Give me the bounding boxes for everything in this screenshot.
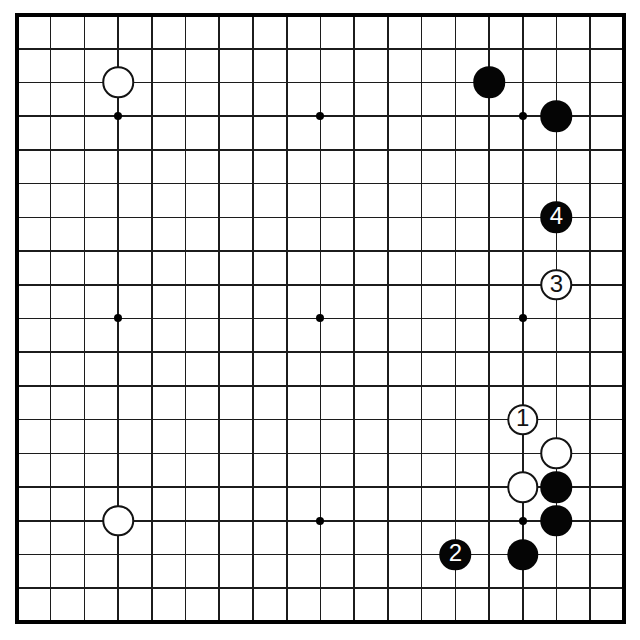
intersection-E10 xyxy=(135,302,169,336)
intersection-T5 xyxy=(607,470,640,504)
star-point xyxy=(114,314,122,322)
intersection-H14 xyxy=(236,167,270,201)
intersection-L14 xyxy=(337,167,371,201)
intersection-M2 xyxy=(371,571,405,605)
black-stone-R13: 4 xyxy=(541,202,573,234)
intersection-E3 xyxy=(135,538,169,572)
intersection-H18 xyxy=(236,32,270,66)
intersection-L18 xyxy=(337,32,371,66)
intersection-N17 xyxy=(405,66,439,100)
intersection-G1 xyxy=(202,605,236,639)
go-board: 4312 xyxy=(0,0,640,640)
white-stone-Q5 xyxy=(507,471,539,503)
intersection-G7 xyxy=(202,403,236,437)
move-number-label: 1 xyxy=(516,407,529,431)
intersection-K11 xyxy=(304,268,338,302)
intersection-L13 xyxy=(337,200,371,234)
intersection-K19 xyxy=(304,0,338,32)
intersection-P6 xyxy=(472,436,506,470)
white-stone-R6 xyxy=(541,438,573,470)
intersection-F14 xyxy=(169,167,203,201)
intersection-N9 xyxy=(405,335,439,369)
intersection-M8 xyxy=(371,369,405,403)
intersection-B5 xyxy=(34,470,68,504)
intersection-J7 xyxy=(270,403,304,437)
intersection-S8 xyxy=(573,369,607,403)
white-stone-R11: 3 xyxy=(541,269,573,301)
intersection-D14 xyxy=(101,167,135,201)
intersection-Q17 xyxy=(506,66,540,100)
intersection-L4 xyxy=(337,504,371,538)
intersection-E11 xyxy=(135,268,169,302)
intersection-T18 xyxy=(607,32,640,66)
intersection-P16 xyxy=(472,99,506,133)
intersection-O17 xyxy=(438,66,472,100)
intersection-T4 xyxy=(607,504,640,538)
intersection-K16 xyxy=(304,99,338,133)
black-stone-O3: 2 xyxy=(440,539,472,571)
intersection-D1 xyxy=(101,605,135,639)
intersection-D8 xyxy=(101,369,135,403)
intersection-R14 xyxy=(540,167,574,201)
intersection-D13 xyxy=(101,200,135,234)
intersection-E15 xyxy=(135,133,169,167)
star-point xyxy=(114,112,122,120)
intersection-Q8 xyxy=(506,369,540,403)
intersection-P10 xyxy=(472,302,506,336)
intersection-R19 xyxy=(540,0,574,32)
intersection-O8 xyxy=(438,369,472,403)
black-stone-Q3 xyxy=(507,539,539,571)
intersection-N11 xyxy=(405,268,439,302)
intersection-O14 xyxy=(438,167,472,201)
intersection-D6 xyxy=(101,436,135,470)
intersection-E12 xyxy=(135,234,169,268)
intersection-S10 xyxy=(573,302,607,336)
intersection-K4 xyxy=(304,504,338,538)
intersection-O19 xyxy=(438,0,472,32)
intersection-C13 xyxy=(68,200,102,234)
intersection-S16 xyxy=(573,99,607,133)
intersection-G16 xyxy=(202,99,236,133)
intersection-J16 xyxy=(270,99,304,133)
intersection-T1 xyxy=(607,605,640,639)
intersection-C2 xyxy=(68,571,102,605)
intersection-F9 xyxy=(169,335,203,369)
intersection-A8 xyxy=(0,369,34,403)
intersection-E19 xyxy=(135,0,169,32)
intersection-M11 xyxy=(371,268,405,302)
intersection-M3 xyxy=(371,538,405,572)
intersection-N1 xyxy=(405,605,439,639)
intersection-B17 xyxy=(34,66,68,100)
intersection-C5 xyxy=(68,470,102,504)
intersection-S19 xyxy=(573,0,607,32)
intersection-G11 xyxy=(202,268,236,302)
intersection-M10 xyxy=(371,302,405,336)
white-stone-Q7: 1 xyxy=(507,404,539,436)
intersection-P8 xyxy=(472,369,506,403)
black-stone-P17 xyxy=(473,67,505,99)
intersection-R2 xyxy=(540,571,574,605)
intersection-S6 xyxy=(573,436,607,470)
intersection-C14 xyxy=(68,167,102,201)
intersection-F4 xyxy=(169,504,203,538)
intersection-N5 xyxy=(405,470,439,504)
intersection-P17 xyxy=(472,66,506,100)
intersection-R3 xyxy=(540,538,574,572)
intersection-K7 xyxy=(304,403,338,437)
intersection-J1 xyxy=(270,605,304,639)
intersection-B2 xyxy=(34,571,68,605)
intersection-T12 xyxy=(607,234,640,268)
move-number-label: 4 xyxy=(550,204,563,228)
intersection-C8 xyxy=(68,369,102,403)
intersection-M9 xyxy=(371,335,405,369)
intersection-R7 xyxy=(540,403,574,437)
intersection-E9 xyxy=(135,335,169,369)
intersection-H10 xyxy=(236,302,270,336)
intersection-J5 xyxy=(270,470,304,504)
intersection-B7 xyxy=(34,403,68,437)
intersection-T9 xyxy=(607,335,640,369)
intersection-F2 xyxy=(169,571,203,605)
intersection-D10 xyxy=(101,302,135,336)
intersection-O2 xyxy=(438,571,472,605)
intersection-P19 xyxy=(472,0,506,32)
intersection-P2 xyxy=(472,571,506,605)
intersection-B14 xyxy=(34,167,68,201)
intersection-P18 xyxy=(472,32,506,66)
star-point xyxy=(519,314,527,322)
white-stone-D17 xyxy=(102,67,134,99)
intersection-K8 xyxy=(304,369,338,403)
intersection-A15 xyxy=(0,133,34,167)
intersection-F19 xyxy=(169,0,203,32)
intersection-G3 xyxy=(202,538,236,572)
intersection-F6 xyxy=(169,436,203,470)
intersection-G2 xyxy=(202,571,236,605)
intersection-T10 xyxy=(607,302,640,336)
intersection-K12 xyxy=(304,234,338,268)
intersection-P15 xyxy=(472,133,506,167)
intersection-O11 xyxy=(438,268,472,302)
intersection-A3 xyxy=(0,538,34,572)
intersection-J4 xyxy=(270,504,304,538)
intersection-K14 xyxy=(304,167,338,201)
intersection-N7 xyxy=(405,403,439,437)
intersection-L1 xyxy=(337,605,371,639)
intersection-J17 xyxy=(270,66,304,100)
black-stone-R16 xyxy=(541,100,573,132)
intersection-F11 xyxy=(169,268,203,302)
intersection-B15 xyxy=(34,133,68,167)
intersection-G13 xyxy=(202,200,236,234)
intersection-T6 xyxy=(607,436,640,470)
intersection-Q11 xyxy=(506,268,540,302)
intersection-L5 xyxy=(337,470,371,504)
intersection-E16 xyxy=(135,99,169,133)
intersection-A1 xyxy=(0,605,34,639)
intersection-T17 xyxy=(607,66,640,100)
intersection-B6 xyxy=(34,436,68,470)
intersection-E7 xyxy=(135,403,169,437)
intersection-S4 xyxy=(573,504,607,538)
intersection-A6 xyxy=(0,436,34,470)
intersection-R17 xyxy=(540,66,574,100)
intersection-J9 xyxy=(270,335,304,369)
intersection-Q16 xyxy=(506,99,540,133)
intersection-T15 xyxy=(607,133,640,167)
star-point xyxy=(519,112,527,120)
intersection-N15 xyxy=(405,133,439,167)
intersection-T11 xyxy=(607,268,640,302)
intersection-L11 xyxy=(337,268,371,302)
intersection-D15 xyxy=(101,133,135,167)
intersection-Q1 xyxy=(506,605,540,639)
intersection-C11 xyxy=(68,268,102,302)
intersection-Q3 xyxy=(506,538,540,572)
intersection-S14 xyxy=(573,167,607,201)
intersection-N3 xyxy=(405,538,439,572)
intersection-N13 xyxy=(405,200,439,234)
intersection-J19 xyxy=(270,0,304,32)
intersection-F10 xyxy=(169,302,203,336)
intersection-O15 xyxy=(438,133,472,167)
intersection-M13 xyxy=(371,200,405,234)
intersection-R9 xyxy=(540,335,574,369)
star-point xyxy=(519,517,527,525)
intersection-G19 xyxy=(202,0,236,32)
intersection-E8 xyxy=(135,369,169,403)
intersection-C7 xyxy=(68,403,102,437)
intersection-H17 xyxy=(236,66,270,100)
intersection-P1 xyxy=(472,605,506,639)
intersection-A7 xyxy=(0,403,34,437)
intersection-Q14 xyxy=(506,167,540,201)
intersection-O10 xyxy=(438,302,472,336)
star-point xyxy=(316,112,324,120)
intersection-J6 xyxy=(270,436,304,470)
intersection-R10 xyxy=(540,302,574,336)
intersection-K15 xyxy=(304,133,338,167)
intersection-M12 xyxy=(371,234,405,268)
intersection-F8 xyxy=(169,369,203,403)
intersection-L16 xyxy=(337,99,371,133)
intersection-A18 xyxy=(0,32,34,66)
intersection-K2 xyxy=(304,571,338,605)
star-point xyxy=(316,517,324,525)
intersection-Q5 xyxy=(506,470,540,504)
intersection-L15 xyxy=(337,133,371,167)
intersection-T2 xyxy=(607,571,640,605)
intersection-R18 xyxy=(540,32,574,66)
intersection-C18 xyxy=(68,32,102,66)
intersection-A2 xyxy=(0,571,34,605)
intersection-C4 xyxy=(68,504,102,538)
intersection-M16 xyxy=(371,99,405,133)
intersection-G5 xyxy=(202,470,236,504)
intersection-E1 xyxy=(135,605,169,639)
intersection-C3 xyxy=(68,538,102,572)
intersection-N4 xyxy=(405,504,439,538)
intersection-L17 xyxy=(337,66,371,100)
intersection-S9 xyxy=(573,335,607,369)
intersection-G14 xyxy=(202,167,236,201)
intersection-J13 xyxy=(270,200,304,234)
intersection-F7 xyxy=(169,403,203,437)
intersection-J3 xyxy=(270,538,304,572)
intersection-B18 xyxy=(34,32,68,66)
intersection-G8 xyxy=(202,369,236,403)
intersection-C1 xyxy=(68,605,102,639)
intersection-A19 xyxy=(0,0,34,32)
intersection-Q9 xyxy=(506,335,540,369)
intersection-A16 xyxy=(0,99,34,133)
intersection-O9 xyxy=(438,335,472,369)
intersection-J15 xyxy=(270,133,304,167)
intersection-M17 xyxy=(371,66,405,100)
intersection-N12 xyxy=(405,234,439,268)
intersection-R13: 4 xyxy=(540,200,574,234)
intersection-M14 xyxy=(371,167,405,201)
intersection-J18 xyxy=(270,32,304,66)
intersection-O4 xyxy=(438,504,472,538)
intersection-L19 xyxy=(337,0,371,32)
intersection-L3 xyxy=(337,538,371,572)
intersection-B10 xyxy=(34,302,68,336)
intersection-L9 xyxy=(337,335,371,369)
intersection-C12 xyxy=(68,234,102,268)
intersection-G9 xyxy=(202,335,236,369)
intersection-Q10 xyxy=(506,302,540,336)
intersection-M4 xyxy=(371,504,405,538)
intersection-H15 xyxy=(236,133,270,167)
intersection-P13 xyxy=(472,200,506,234)
intersection-D7 xyxy=(101,403,135,437)
intersection-P12 xyxy=(472,234,506,268)
intersection-G12 xyxy=(202,234,236,268)
intersection-D9 xyxy=(101,335,135,369)
intersection-O3: 2 xyxy=(438,538,472,572)
intersection-B12 xyxy=(34,234,68,268)
intersection-Q15 xyxy=(506,133,540,167)
intersection-J14 xyxy=(270,167,304,201)
intersection-S17 xyxy=(573,66,607,100)
intersection-B9 xyxy=(34,335,68,369)
intersection-D19 xyxy=(101,0,135,32)
intersection-T16 xyxy=(607,99,640,133)
intersection-F5 xyxy=(169,470,203,504)
intersection-R1 xyxy=(540,605,574,639)
intersection-T13 xyxy=(607,200,640,234)
intersection-H1 xyxy=(236,605,270,639)
intersection-S15 xyxy=(573,133,607,167)
intersection-H12 xyxy=(236,234,270,268)
star-point xyxy=(316,314,324,322)
intersection-O1 xyxy=(438,605,472,639)
intersection-N14 xyxy=(405,167,439,201)
intersection-L8 xyxy=(337,369,371,403)
intersection-E18 xyxy=(135,32,169,66)
intersection-H7 xyxy=(236,403,270,437)
intersection-N6 xyxy=(405,436,439,470)
intersection-A4 xyxy=(0,504,34,538)
white-stone-D4 xyxy=(102,505,134,537)
intersection-H8 xyxy=(236,369,270,403)
intersection-C15 xyxy=(68,133,102,167)
intersection-Q18 xyxy=(506,32,540,66)
intersection-J2 xyxy=(270,571,304,605)
intersection-R12 xyxy=(540,234,574,268)
intersection-S12 xyxy=(573,234,607,268)
intersection-F3 xyxy=(169,538,203,572)
intersection-D16 xyxy=(101,99,135,133)
intersection-Q6 xyxy=(506,436,540,470)
intersection-M19 xyxy=(371,0,405,32)
intersection-T14 xyxy=(607,167,640,201)
intersection-B13 xyxy=(34,200,68,234)
intersection-S5 xyxy=(573,470,607,504)
intersection-Q7: 1 xyxy=(506,403,540,437)
intersection-S7 xyxy=(573,403,607,437)
intersection-R4 xyxy=(540,504,574,538)
intersection-H5 xyxy=(236,470,270,504)
intersection-A14 xyxy=(0,167,34,201)
intersection-O16 xyxy=(438,99,472,133)
intersection-Q19 xyxy=(506,0,540,32)
intersection-R8 xyxy=(540,369,574,403)
intersection-K13 xyxy=(304,200,338,234)
intersection-N19 xyxy=(405,0,439,32)
intersection-R6 xyxy=(540,436,574,470)
intersection-M15 xyxy=(371,133,405,167)
black-stone-R5 xyxy=(541,471,573,503)
intersection-K5 xyxy=(304,470,338,504)
intersection-F1 xyxy=(169,605,203,639)
intersection-A17 xyxy=(0,66,34,100)
intersection-B1 xyxy=(34,605,68,639)
intersection-K1 xyxy=(304,605,338,639)
move-number-label: 3 xyxy=(550,272,563,296)
intersection-H3 xyxy=(236,538,270,572)
intersection-F18 xyxy=(169,32,203,66)
intersection-B19 xyxy=(34,0,68,32)
intersection-K18 xyxy=(304,32,338,66)
intersection-J12 xyxy=(270,234,304,268)
intersection-O5 xyxy=(438,470,472,504)
intersection-Q13 xyxy=(506,200,540,234)
intersection-K10 xyxy=(304,302,338,336)
intersection-E4 xyxy=(135,504,169,538)
intersection-D2 xyxy=(101,571,135,605)
intersection-G4 xyxy=(202,504,236,538)
intersection-E17 xyxy=(135,66,169,100)
intersection-R16 xyxy=(540,99,574,133)
intersection-N10 xyxy=(405,302,439,336)
intersection-S13 xyxy=(573,200,607,234)
intersection-H2 xyxy=(236,571,270,605)
intersection-A12 xyxy=(0,234,34,268)
intersection-C17 xyxy=(68,66,102,100)
intersection-O18 xyxy=(438,32,472,66)
intersection-S2 xyxy=(573,571,607,605)
intersection-L6 xyxy=(337,436,371,470)
intersection-H19 xyxy=(236,0,270,32)
intersection-H4 xyxy=(236,504,270,538)
intersection-O13 xyxy=(438,200,472,234)
intersection-O6 xyxy=(438,436,472,470)
